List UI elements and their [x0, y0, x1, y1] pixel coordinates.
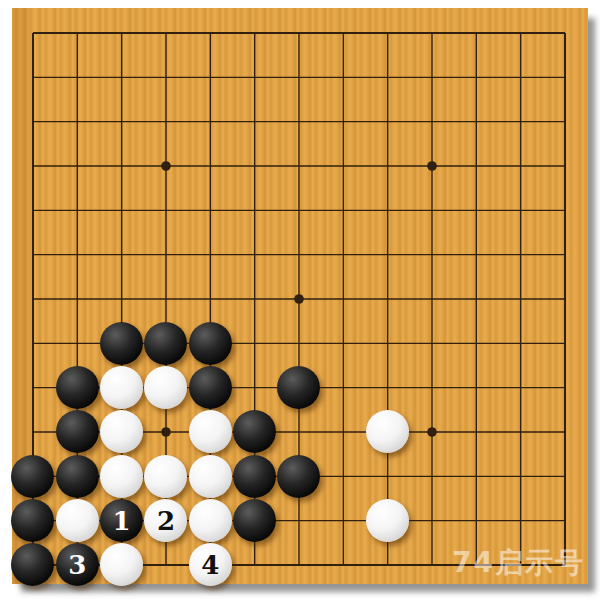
intersection	[365, 498, 409, 542]
intersection	[11, 99, 55, 143]
intersection	[543, 454, 587, 498]
intersection	[188, 188, 232, 232]
intersection	[144, 144, 188, 188]
intersection	[188, 99, 232, 143]
intersection	[498, 188, 542, 232]
intersection	[188, 365, 232, 409]
intersection	[277, 410, 321, 454]
intersection	[144, 188, 188, 232]
intersection	[232, 144, 276, 188]
intersection	[454, 365, 498, 409]
intersection	[321, 55, 365, 99]
intersection	[543, 144, 587, 188]
intersection	[11, 11, 55, 55]
intersection	[543, 410, 587, 454]
intersection	[144, 454, 188, 498]
intersection	[144, 410, 188, 454]
intersection	[321, 498, 365, 542]
intersection	[498, 232, 542, 276]
intersection	[454, 454, 498, 498]
stone-white	[56, 499, 99, 542]
intersection	[232, 321, 276, 365]
intersection	[454, 321, 498, 365]
intersection	[410, 321, 454, 365]
intersection	[365, 365, 409, 409]
stones-layer: 1234	[11, 11, 587, 587]
intersection	[410, 232, 454, 276]
intersection	[365, 99, 409, 143]
stone-white	[100, 410, 143, 453]
stone-white	[100, 366, 143, 409]
intersection	[365, 55, 409, 99]
intersection	[365, 410, 409, 454]
intersection	[232, 232, 276, 276]
intersection	[277, 144, 321, 188]
intersection	[188, 144, 232, 188]
intersection	[11, 277, 55, 321]
intersection	[99, 144, 143, 188]
intersection	[498, 55, 542, 99]
intersection	[144, 277, 188, 321]
intersection	[99, 543, 143, 587]
intersection	[454, 144, 498, 188]
intersection	[454, 55, 498, 99]
intersection	[277, 55, 321, 99]
intersection	[144, 11, 188, 55]
intersection	[410, 543, 454, 587]
stone-black	[11, 455, 54, 498]
stone-black	[233, 410, 276, 453]
stone-black	[233, 499, 276, 542]
stone-white	[189, 499, 232, 542]
intersection	[410, 144, 454, 188]
intersection	[321, 11, 365, 55]
intersection	[410, 454, 454, 498]
intersection	[188, 410, 232, 454]
intersection	[55, 232, 99, 276]
intersection	[543, 277, 587, 321]
intersection	[55, 365, 99, 409]
stone-white	[100, 543, 143, 586]
intersection	[543, 11, 587, 55]
intersection	[410, 188, 454, 232]
intersection	[454, 232, 498, 276]
intersection	[232, 498, 276, 542]
intersection	[99, 410, 143, 454]
intersection	[99, 277, 143, 321]
intersection	[454, 410, 498, 454]
stone-white	[144, 366, 187, 409]
intersection	[277, 99, 321, 143]
intersection	[188, 11, 232, 55]
intersection	[321, 144, 365, 188]
intersection	[498, 277, 542, 321]
stone-black: 1	[100, 499, 143, 542]
stone-black	[56, 410, 99, 453]
intersection	[188, 232, 232, 276]
stone-black	[144, 322, 187, 365]
intersection	[144, 99, 188, 143]
intersection	[55, 55, 99, 99]
intersection	[144, 321, 188, 365]
intersection	[321, 321, 365, 365]
stone-white	[366, 410, 409, 453]
intersection	[277, 454, 321, 498]
intersection	[543, 55, 587, 99]
intersection	[55, 410, 99, 454]
intersection	[543, 321, 587, 365]
intersection	[321, 454, 365, 498]
move-number-label: 2	[157, 508, 175, 534]
intersection	[11, 410, 55, 454]
intersection	[454, 277, 498, 321]
intersection	[543, 188, 587, 232]
intersection	[498, 498, 542, 542]
intersection	[144, 55, 188, 99]
intersection	[277, 188, 321, 232]
intersection	[11, 365, 55, 409]
stone-black	[189, 322, 232, 365]
intersection	[277, 498, 321, 542]
intersection	[277, 232, 321, 276]
stone-black	[277, 366, 320, 409]
intersection	[321, 543, 365, 587]
intersection	[365, 543, 409, 587]
intersection	[410, 99, 454, 143]
intersection	[498, 11, 542, 55]
stone-white	[144, 455, 187, 498]
intersection	[454, 188, 498, 232]
intersection	[232, 365, 276, 409]
intersection	[11, 188, 55, 232]
intersection	[99, 99, 143, 143]
intersection	[321, 277, 365, 321]
intersection	[498, 144, 542, 188]
intersection	[55, 498, 99, 542]
intersection	[55, 277, 99, 321]
intersection	[365, 144, 409, 188]
intersection	[99, 55, 143, 99]
intersection	[144, 543, 188, 587]
intersection	[321, 232, 365, 276]
move-number-label: 3	[68, 552, 86, 578]
stone-black	[56, 366, 99, 409]
intersection	[99, 365, 143, 409]
intersection	[11, 454, 55, 498]
intersection	[543, 99, 587, 143]
intersection	[232, 99, 276, 143]
intersection	[55, 188, 99, 232]
intersection	[365, 277, 409, 321]
intersection	[498, 321, 542, 365]
intersection	[277, 11, 321, 55]
intersection	[410, 55, 454, 99]
intersection	[144, 365, 188, 409]
intersection	[365, 232, 409, 276]
stone-white	[100, 455, 143, 498]
intersection	[365, 454, 409, 498]
intersection	[99, 232, 143, 276]
intersection	[321, 365, 365, 409]
intersection	[498, 410, 542, 454]
intersection	[232, 410, 276, 454]
intersection	[410, 11, 454, 55]
intersection	[277, 321, 321, 365]
intersection	[365, 11, 409, 55]
stone-white: 2	[144, 499, 187, 542]
intersection	[410, 365, 454, 409]
stone-black	[277, 455, 320, 498]
intersection	[55, 11, 99, 55]
stone-black	[189, 366, 232, 409]
intersection	[99, 321, 143, 365]
intersection	[321, 410, 365, 454]
intersection	[11, 498, 55, 542]
intersection	[55, 321, 99, 365]
move-number-label: 4	[201, 552, 219, 578]
stone-black	[11, 543, 54, 586]
intersection	[55, 144, 99, 188]
intersection	[410, 277, 454, 321]
intersection	[188, 277, 232, 321]
go-diagram-screenshot: 1234 74启示号	[0, 0, 600, 600]
stone-white: 4	[189, 543, 232, 586]
intersection	[543, 232, 587, 276]
intersection	[321, 188, 365, 232]
intersection	[454, 11, 498, 55]
intersection	[232, 188, 276, 232]
intersection	[99, 11, 143, 55]
intersection	[99, 188, 143, 232]
stone-black	[11, 499, 54, 542]
intersection	[188, 321, 232, 365]
stone-black	[56, 455, 99, 498]
intersection	[55, 454, 99, 498]
intersection	[365, 321, 409, 365]
intersection	[410, 498, 454, 542]
go-board: 1234 74启示号	[12, 8, 588, 584]
intersection	[11, 543, 55, 587]
intersection	[410, 410, 454, 454]
intersection	[11, 232, 55, 276]
intersection	[454, 498, 498, 542]
intersection	[232, 11, 276, 55]
intersection: 3	[55, 543, 99, 587]
intersection	[232, 55, 276, 99]
intersection	[188, 55, 232, 99]
intersection	[11, 321, 55, 365]
intersection	[188, 498, 232, 542]
intersection	[321, 99, 365, 143]
intersection	[232, 454, 276, 498]
intersection	[99, 454, 143, 498]
stone-black	[100, 322, 143, 365]
intersection	[188, 454, 232, 498]
intersection	[454, 99, 498, 143]
intersection	[277, 277, 321, 321]
stone-white	[189, 410, 232, 453]
intersection	[498, 99, 542, 143]
intersection	[232, 277, 276, 321]
intersection: 2	[144, 498, 188, 542]
intersection: 4	[188, 543, 232, 587]
stone-white	[366, 499, 409, 542]
intersection	[55, 99, 99, 143]
intersection	[232, 543, 276, 587]
stone-white	[189, 455, 232, 498]
intersection	[277, 365, 321, 409]
intersection	[498, 454, 542, 498]
intersection	[498, 365, 542, 409]
intersection	[11, 144, 55, 188]
intersection: 1	[99, 498, 143, 542]
stone-black	[233, 455, 276, 498]
intersection	[543, 498, 587, 542]
intersection	[144, 232, 188, 276]
watermark: 74启示号	[452, 544, 585, 582]
intersection	[365, 188, 409, 232]
intersection	[11, 55, 55, 99]
move-number-label: 1	[113, 508, 131, 534]
intersection	[543, 365, 587, 409]
intersection	[277, 543, 321, 587]
stone-black: 3	[56, 543, 99, 586]
